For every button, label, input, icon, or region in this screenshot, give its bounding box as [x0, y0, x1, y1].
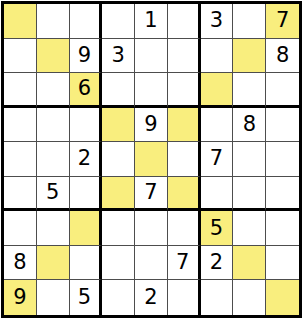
sudoku-cell-r6c8[interactable]	[233, 177, 266, 212]
sudoku-cell-r3c6[interactable]	[168, 73, 201, 108]
sudoku-cell-r6c2[interactable]: 5	[37, 177, 70, 212]
sudoku-cell-r3c1[interactable]	[4, 73, 37, 108]
sudoku-cell-r6c9[interactable]	[266, 177, 299, 212]
sudoku-cell-r8c9[interactable]	[266, 246, 299, 281]
sudoku-cell-r9c9[interactable]	[266, 280, 299, 315]
sudoku-cell-r7c7[interactable]: 5	[201, 211, 234, 246]
sudoku-cell-r2c4[interactable]: 3	[102, 39, 135, 74]
sudoku-cell-r1c4[interactable]	[102, 4, 135, 39]
sudoku-cell-r1c5[interactable]: 1	[135, 4, 168, 39]
sudoku-cell-r2c1[interactable]	[4, 39, 37, 74]
sudoku-cell-r8c4[interactable]	[102, 246, 135, 281]
sudoku-cell-r1c7[interactable]: 3	[201, 4, 234, 39]
sudoku-cell-r3c8[interactable]	[233, 73, 266, 108]
sudoku-cell-r9c2[interactable]	[37, 280, 70, 315]
sudoku-cell-r2c6[interactable]	[168, 39, 201, 74]
sudoku-cell-r5c2[interactable]	[37, 142, 70, 177]
sudoku-cell-r7c8[interactable]	[233, 211, 266, 246]
sudoku-cell-r5c4[interactable]	[102, 142, 135, 177]
sudoku-cell-r1c8[interactable]	[233, 4, 266, 39]
sudoku-cell-r8c3[interactable]	[70, 246, 103, 281]
sudoku-cell-r2c5[interactable]	[135, 39, 168, 74]
sudoku-cell-r5c9[interactable]	[266, 142, 299, 177]
sudoku-cell-r3c4[interactable]	[102, 73, 135, 108]
sudoku-board: 13793869827575872952	[1, 1, 302, 318]
sudoku-cell-r6c6[interactable]	[168, 177, 201, 212]
sudoku-cell-r9c7[interactable]	[201, 280, 234, 315]
sudoku-cell-r2c2[interactable]	[37, 39, 70, 74]
sudoku-cell-r8c6[interactable]: 7	[168, 246, 201, 281]
sudoku-cell-r4c6[interactable]	[168, 108, 201, 143]
sudoku-cell-r5c6[interactable]	[168, 142, 201, 177]
sudoku-cell-r9c4[interactable]	[102, 280, 135, 315]
sudoku-cell-r6c3[interactable]	[70, 177, 103, 212]
sudoku-cell-r5c1[interactable]	[4, 142, 37, 177]
sudoku-cell-r6c5[interactable]: 7	[135, 177, 168, 212]
sudoku-cell-r3c3[interactable]: 6	[70, 73, 103, 108]
sudoku-cell-r3c5[interactable]	[135, 73, 168, 108]
sudoku-cell-r4c5[interactable]: 9	[135, 108, 168, 143]
sudoku-cell-r9c5[interactable]: 2	[135, 280, 168, 315]
sudoku-cell-r4c7[interactable]	[201, 108, 234, 143]
sudoku-cell-r9c1[interactable]: 9	[4, 280, 37, 315]
sudoku-cell-r3c9[interactable]	[266, 73, 299, 108]
sudoku-cell-r8c2[interactable]	[37, 246, 70, 281]
sudoku-cell-r3c2[interactable]	[37, 73, 70, 108]
sudoku-cell-r6c4[interactable]	[102, 177, 135, 212]
sudoku-cell-r4c9[interactable]	[266, 108, 299, 143]
sudoku-cell-r4c3[interactable]	[70, 108, 103, 143]
sudoku-cell-r1c1[interactable]	[4, 4, 37, 39]
sudoku-cell-r1c9[interactable]: 7	[266, 4, 299, 39]
sudoku-cell-r4c8[interactable]: 8	[233, 108, 266, 143]
sudoku-cell-r4c1[interactable]	[4, 108, 37, 143]
sudoku-cell-r3c7[interactable]	[201, 73, 234, 108]
sudoku-cell-r2c3[interactable]: 9	[70, 39, 103, 74]
sudoku-cell-r5c3[interactable]: 2	[70, 142, 103, 177]
sudoku-cell-r8c7[interactable]: 2	[201, 246, 234, 281]
sudoku-cell-r2c9[interactable]: 8	[266, 39, 299, 74]
sudoku-cell-r9c3[interactable]: 5	[70, 280, 103, 315]
sudoku-cell-r4c2[interactable]	[37, 108, 70, 143]
sudoku-cell-r2c7[interactable]	[201, 39, 234, 74]
sudoku-cell-r7c4[interactable]	[102, 211, 135, 246]
sudoku-cell-r4c4[interactable]	[102, 108, 135, 143]
sudoku-cell-r9c6[interactable]	[168, 280, 201, 315]
sudoku-cell-r1c6[interactable]	[168, 4, 201, 39]
sudoku-cell-r6c1[interactable]	[4, 177, 37, 212]
sudoku-cell-r5c5[interactable]	[135, 142, 168, 177]
sudoku-cell-r7c9[interactable]	[266, 211, 299, 246]
sudoku-cell-r5c8[interactable]	[233, 142, 266, 177]
sudoku-cell-r8c1[interactable]: 8	[4, 246, 37, 281]
sudoku-cell-r7c5[interactable]	[135, 211, 168, 246]
sudoku-cell-r6c7[interactable]	[201, 177, 234, 212]
sudoku-cell-r2c8[interactable]	[233, 39, 266, 74]
sudoku-cell-r9c8[interactable]	[233, 280, 266, 315]
sudoku-cell-r5c7[interactable]: 7	[201, 142, 234, 177]
sudoku-cell-r1c2[interactable]	[37, 4, 70, 39]
sudoku-cell-r8c5[interactable]	[135, 246, 168, 281]
sudoku-cell-r7c3[interactable]	[70, 211, 103, 246]
sudoku-cell-r7c6[interactable]	[168, 211, 201, 246]
sudoku-cell-r7c2[interactable]	[37, 211, 70, 246]
sudoku-cell-r8c8[interactable]	[233, 246, 266, 281]
sudoku-cell-r7c1[interactable]	[4, 211, 37, 246]
sudoku-cell-r1c3[interactable]	[70, 4, 103, 39]
